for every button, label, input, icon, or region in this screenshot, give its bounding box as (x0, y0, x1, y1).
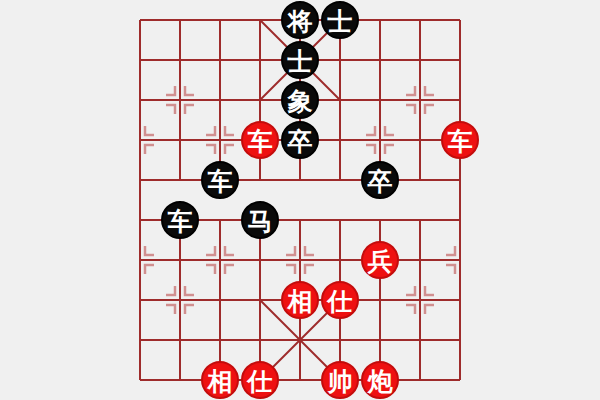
piece-black-pawn[interactable]: 卒 (281, 121, 319, 159)
xiangqi-board[interactable]: 将士士象车卒车车卒车马兵相仕相仕帅炮 (0, 0, 600, 400)
piece-glyph: 炮 (368, 369, 393, 394)
piece-glyph: 相 (208, 369, 233, 394)
piece-glyph: 士 (288, 49, 313, 74)
piece-red-advisor[interactable]: 仕 (241, 361, 279, 399)
piece-black-horse[interactable]: 马 (241, 201, 279, 239)
piece-glyph: 车 (168, 209, 193, 234)
piece-glyph: 兵 (368, 249, 393, 274)
piece-black-pawn[interactable]: 卒 (361, 161, 399, 199)
piece-red-general[interactable]: 帅 (321, 361, 359, 399)
piece-red-cannon[interactable]: 炮 (361, 361, 399, 399)
piece-glyph: 象 (288, 89, 313, 114)
piece-red-chariot[interactable]: 车 (241, 121, 279, 159)
piece-glyph: 帅 (328, 369, 353, 394)
piece-black-chariot[interactable]: 车 (161, 201, 199, 239)
pieces-layer: 将士士象车卒车车卒车马兵相仕相仕帅炮 (120, 0, 480, 400)
piece-black-general[interactable]: 将 (281, 1, 319, 39)
screenshot-root: 将士士象车卒车车卒车马兵相仕相仕帅炮 (0, 0, 600, 400)
piece-black-advisor[interactable]: 士 (281, 41, 319, 79)
piece-glyph: 车 (208, 169, 233, 194)
piece-glyph: 将 (288, 9, 313, 34)
piece-black-elephant[interactable]: 象 (281, 81, 319, 119)
piece-red-chariot[interactable]: 车 (441, 121, 479, 159)
piece-red-pawn[interactable]: 兵 (361, 241, 399, 279)
piece-glyph: 仕 (328, 289, 353, 314)
piece-glyph: 士 (328, 9, 353, 34)
piece-glyph: 车 (248, 129, 273, 154)
piece-black-chariot[interactable]: 车 (201, 161, 239, 199)
piece-glyph: 相 (288, 289, 313, 314)
piece-black-advisor[interactable]: 士 (321, 1, 359, 39)
piece-red-elephant[interactable]: 相 (281, 281, 319, 319)
piece-glyph: 仕 (248, 369, 273, 394)
piece-glyph: 卒 (288, 129, 313, 154)
piece-glyph: 马 (248, 209, 273, 234)
piece-glyph: 卒 (368, 169, 393, 194)
piece-red-elephant[interactable]: 相 (201, 361, 239, 399)
piece-glyph: 车 (448, 129, 473, 154)
piece-red-advisor[interactable]: 仕 (321, 281, 359, 319)
